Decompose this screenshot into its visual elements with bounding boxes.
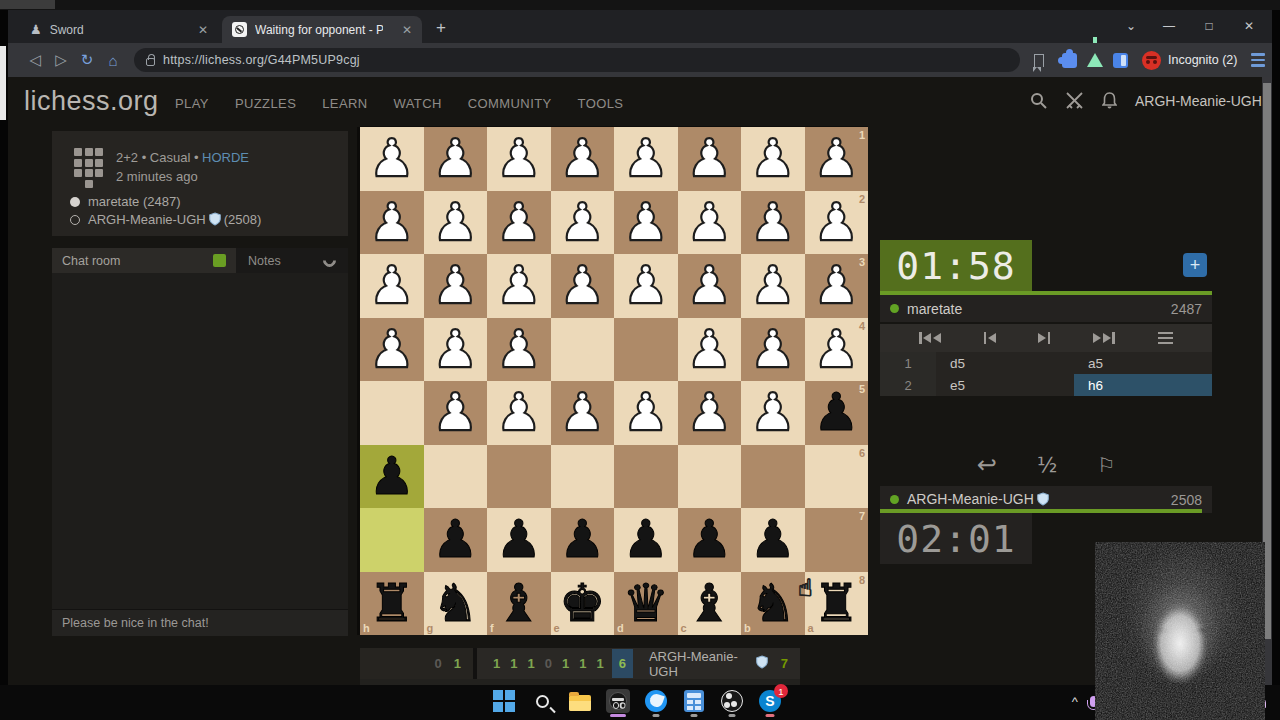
skype-icon[interactable]: S1 bbox=[758, 689, 782, 713]
tab-notes[interactable]: Notes bbox=[236, 248, 348, 273]
white-pawn[interactable]: ♟ bbox=[559, 191, 606, 254]
player-name[interactable]: ARGH-Meanie-UGH bbox=[907, 491, 1052, 509]
square-a5[interactable]: ♟5 bbox=[805, 381, 869, 445]
nav-item-tools[interactable]: TOOLS bbox=[578, 96, 624, 111]
lichess-logo[interactable]: lichess.org bbox=[24, 86, 159, 117]
tournament-player-name[interactable]: ARGH-Meanie-UGH bbox=[649, 649, 771, 679]
square-f1[interactable]: ♟ bbox=[487, 127, 551, 191]
square-f5[interactable]: ♟ bbox=[487, 381, 551, 445]
white-pawn[interactable]: ♟ bbox=[749, 254, 796, 317]
score-cell: 1 bbox=[527, 656, 534, 671]
forward-icon[interactable]: ▷ bbox=[48, 51, 74, 69]
black-pawn[interactable]: ♟ bbox=[686, 508, 733, 571]
white-pawn[interactable]: ♟ bbox=[749, 381, 796, 444]
rank-label: 7 bbox=[859, 510, 865, 522]
white-pawn[interactable]: ♟ bbox=[813, 254, 860, 317]
chat-toggle-checkbox[interactable] bbox=[213, 254, 226, 267]
white-pawn[interactable]: ♟ bbox=[432, 254, 479, 317]
black-pawn[interactable]: ♟ bbox=[622, 508, 669, 571]
square-f8[interactable]: ♝f bbox=[487, 572, 551, 636]
move-number: 1 bbox=[880, 352, 936, 374]
back-icon[interactable]: ◁ bbox=[22, 51, 48, 69]
square-e6[interactable] bbox=[551, 445, 615, 509]
move-number: 2 bbox=[880, 374, 936, 396]
file-label: d bbox=[617, 622, 624, 634]
screen: ♟ Sword ✕ Waiting for opponent - Play ma… bbox=[0, 0, 1280, 720]
tab-sword[interactable]: ♟ Sword ✕ bbox=[20, 16, 218, 43]
white-pawn[interactable]: ♟ bbox=[495, 381, 542, 444]
white-color-icon bbox=[70, 197, 80, 207]
square-c6[interactable] bbox=[678, 445, 742, 509]
nav-item-puzzles[interactable]: PUZZLES bbox=[235, 96, 296, 111]
square-g6[interactable] bbox=[424, 445, 488, 509]
square-a4[interactable]: ♟4 bbox=[805, 318, 869, 382]
square-b7[interactable]: ♟ bbox=[741, 508, 805, 572]
file-explorer-icon[interactable] bbox=[568, 689, 592, 713]
square-h7[interactable] bbox=[360, 508, 424, 572]
game-meta-box: 2+2 • Casual • HORDE 2 minutes ago maret… bbox=[52, 131, 348, 236]
minimize-button[interactable]: — bbox=[1152, 12, 1186, 40]
square-c7[interactable]: ♟ bbox=[678, 508, 742, 572]
square-c1[interactable]: ♟ bbox=[678, 127, 742, 191]
variant-link[interactable]: HORDE bbox=[202, 150, 249, 165]
black-pawn[interactable]: ♟ bbox=[813, 381, 860, 444]
white-pawn[interactable]: ♟ bbox=[813, 318, 860, 381]
black-pawn[interactable]: ♟ bbox=[432, 508, 479, 571]
rank-label: 2 bbox=[859, 193, 865, 205]
pawn-favicon-icon: ♟ bbox=[30, 23, 42, 36]
square-b8[interactable]: ♞b bbox=[741, 572, 805, 636]
square-b5[interactable]: ♟ bbox=[741, 381, 805, 445]
next-move-button[interactable] bbox=[1038, 332, 1050, 344]
move-row: 1d5a5 bbox=[880, 352, 1212, 374]
game-time-ago: 2 minutes ago bbox=[116, 167, 249, 186]
file-label: a bbox=[808, 622, 814, 634]
black-color-icon bbox=[70, 215, 80, 225]
white-pawn[interactable]: ♟ bbox=[686, 127, 733, 190]
tournament-score-bar[interactable]: 01 11101116 ARGH-Meanie-UGH 7 bbox=[360, 648, 800, 679]
square-b3[interactable]: ♟ bbox=[741, 254, 805, 318]
white-pawn[interactable]: ♟ bbox=[432, 191, 479, 254]
taskbar-search-icon[interactable] bbox=[530, 689, 554, 713]
square-a3[interactable]: ♟3 bbox=[805, 254, 869, 318]
black-bishop[interactable]: ♝ bbox=[686, 572, 733, 635]
score-cell: 1 bbox=[454, 656, 461, 671]
move-black[interactable]: a5 bbox=[1074, 352, 1212, 374]
square-d8[interactable]: ♛d bbox=[614, 572, 678, 636]
white-pawn[interactable]: ♟ bbox=[559, 254, 606, 317]
square-h6[interactable]: ♟ bbox=[360, 445, 424, 509]
white-pawn[interactable]: ♟ bbox=[686, 381, 733, 444]
black-pawn[interactable]: ♟ bbox=[495, 508, 542, 571]
black-pawn[interactable]: ♟ bbox=[749, 508, 796, 571]
nav-item-learn[interactable]: LEARN bbox=[322, 96, 367, 111]
square-b4[interactable]: ♟ bbox=[741, 318, 805, 382]
move-list: 1d5a52e5h6 bbox=[880, 352, 1212, 396]
square-b6[interactable] bbox=[741, 445, 805, 509]
square-a2[interactable]: ♟2 bbox=[805, 191, 869, 255]
score-cell: 1 bbox=[579, 656, 586, 671]
black-bishop[interactable]: ♝ bbox=[495, 572, 542, 635]
white-pawn[interactable]: ♟ bbox=[749, 127, 796, 190]
phone-handset-icon bbox=[320, 251, 338, 269]
tournament-total-score: 7 bbox=[781, 656, 800, 671]
square-d6[interactable] bbox=[614, 445, 678, 509]
square-d4[interactable] bbox=[614, 318, 678, 382]
square-a8[interactable]: ♜8a bbox=[805, 572, 869, 636]
square-h3[interactable]: ♟ bbox=[360, 254, 424, 318]
opponent-player-row[interactable]: maretate 2487 bbox=[880, 295, 1212, 322]
square-c8[interactable]: ♝c bbox=[678, 572, 742, 636]
white-pawn[interactable]: ♟ bbox=[622, 381, 669, 444]
square-c3[interactable]: ♟ bbox=[678, 254, 742, 318]
nav-item-community[interactable]: COMMUNITY bbox=[468, 96, 552, 111]
tab-close-icon[interactable]: ✕ bbox=[198, 23, 208, 37]
move-row: 2e5h6 bbox=[880, 374, 1212, 396]
rank-label: 3 bbox=[859, 256, 865, 268]
takeback-button[interactable]: ↩ bbox=[977, 451, 997, 479]
rank-label: 4 bbox=[859, 320, 865, 332]
tab-title: Sword bbox=[50, 23, 84, 37]
horde-variant-icon bbox=[74, 148, 103, 188]
square-h4[interactable]: ♟ bbox=[360, 318, 424, 382]
bell-icon[interactable] bbox=[1102, 92, 1117, 109]
online-dot-icon bbox=[890, 304, 899, 313]
white-pawn[interactable]: ♟ bbox=[559, 381, 606, 444]
white-pawn[interactable]: ♟ bbox=[432, 381, 479, 444]
square-b2[interactable]: ♟ bbox=[741, 191, 805, 255]
square-g2[interactable]: ♟ bbox=[424, 191, 488, 255]
square-g5[interactable]: ♟ bbox=[424, 381, 488, 445]
score-cell: 1 bbox=[562, 656, 569, 671]
square-g1[interactable]: ♟ bbox=[424, 127, 488, 191]
maximize-button[interactable]: □ bbox=[1192, 12, 1226, 40]
score-cell: 0 bbox=[435, 656, 442, 671]
square-d5[interactable]: ♟ bbox=[614, 381, 678, 445]
rank-label: 5 bbox=[859, 383, 865, 395]
white-pawn[interactable]: ♟ bbox=[686, 318, 733, 381]
online-dot-icon bbox=[890, 495, 899, 504]
file-label: c bbox=[681, 622, 687, 634]
extension-panel-icon[interactable] bbox=[1113, 53, 1128, 68]
incognito-icon bbox=[1142, 51, 1161, 70]
black-pawn[interactable]: ♟ bbox=[559, 508, 606, 571]
white-pawn[interactable]: ♟ bbox=[495, 254, 542, 317]
file-label: f bbox=[490, 622, 494, 634]
white-pawn[interactable]: ♟ bbox=[495, 318, 542, 381]
last-move-button[interactable] bbox=[1093, 332, 1115, 344]
square-f7[interactable]: ♟ bbox=[487, 508, 551, 572]
new-tab-button[interactable]: + bbox=[436, 18, 446, 38]
browser-menu-icon[interactable] bbox=[1251, 53, 1265, 66]
square-e4[interactable] bbox=[551, 318, 615, 382]
square-c4[interactable]: ♟ bbox=[678, 318, 742, 382]
header-icons: ARGH-Meanie-UGH bbox=[1030, 92, 1262, 109]
square-e8[interactable]: ♚e bbox=[551, 572, 615, 636]
incognito-browser-icon[interactable] bbox=[606, 689, 630, 713]
obs-studio-icon[interactable] bbox=[720, 689, 744, 713]
white-pawn[interactable]: ♟ bbox=[622, 191, 669, 254]
first-move-button[interactable] bbox=[919, 332, 941, 344]
square-a7[interactable]: 7 bbox=[805, 508, 869, 572]
black-queen[interactable]: ♛ bbox=[622, 572, 669, 635]
home-icon[interactable]: ⌂ bbox=[100, 52, 126, 69]
webcam-overlay bbox=[1095, 542, 1265, 720]
black-player-line[interactable]: ARGH-Meanie-UGH(2508) bbox=[70, 211, 261, 231]
white-pawn[interactable]: ♟ bbox=[749, 191, 796, 254]
square-g3[interactable]: ♟ bbox=[424, 254, 488, 318]
crossed-swords-icon[interactable] bbox=[1065, 92, 1084, 109]
square-d7[interactable]: ♟ bbox=[614, 508, 678, 572]
background-window-titlebar bbox=[0, 0, 55, 9]
white-pawn[interactable]: ♟ bbox=[749, 318, 796, 381]
square-f2[interactable]: ♟ bbox=[487, 191, 551, 255]
shield-icon bbox=[209, 212, 221, 231]
square-d1[interactable]: ♟ bbox=[614, 127, 678, 191]
menu-icon[interactable] bbox=[1158, 332, 1173, 345]
white-pawn[interactable]: ♟ bbox=[622, 254, 669, 317]
score-cell-current: 6 bbox=[612, 649, 633, 678]
white-pawn[interactable]: ♟ bbox=[813, 191, 860, 254]
player-name[interactable]: maretate bbox=[907, 301, 962, 317]
rank-label: 6 bbox=[859, 447, 865, 459]
square-d2[interactable]: ♟ bbox=[614, 191, 678, 255]
shield-icon bbox=[756, 655, 768, 672]
square-c5[interactable]: ♟ bbox=[678, 381, 742, 445]
windows-start-icon[interactable] bbox=[492, 689, 516, 713]
square-e3[interactable]: ♟ bbox=[551, 254, 615, 318]
square-h2[interactable]: ♟ bbox=[360, 191, 424, 255]
white-pawn[interactable]: ♟ bbox=[432, 318, 479, 381]
offer-draw-button[interactable]: ½ bbox=[1037, 453, 1057, 477]
score-sheet: 11101116 ARGH-Meanie-UGH 7 bbox=[477, 648, 800, 679]
resign-button[interactable]: ⚐ bbox=[1097, 453, 1115, 477]
square-f4[interactable]: ♟ bbox=[487, 318, 551, 382]
square-f3[interactable]: ♟ bbox=[487, 254, 551, 318]
white-pawn[interactable]: ♟ bbox=[686, 191, 733, 254]
shield-icon bbox=[1037, 492, 1049, 509]
extension-puzzle-icon[interactable] bbox=[1062, 53, 1077, 68]
action-buttons: ↩ ½ ⚐ bbox=[880, 447, 1212, 483]
square-e1[interactable]: ♟ bbox=[551, 127, 615, 191]
chat-input[interactable]: Please be nice in the chat! bbox=[52, 609, 348, 636]
browser-toolbar: ◁ ▷ ↻ ⌂ https://lichess.org/G44PM5UP9cgj… bbox=[8, 43, 1272, 77]
square-g8[interactable]: ♞g bbox=[424, 572, 488, 636]
bookmark-icon[interactable] bbox=[1034, 54, 1044, 67]
opponent-clock: 01:58 bbox=[880, 240, 1032, 291]
white-pawn[interactable]: ♟ bbox=[495, 191, 542, 254]
white-pawn[interactable]: ♟ bbox=[432, 127, 479, 190]
square-h8[interactable]: ♜h bbox=[360, 572, 424, 636]
file-label: e bbox=[554, 622, 560, 634]
chat-tab-label: Chat room bbox=[62, 254, 120, 268]
square-g7[interactable]: ♟ bbox=[424, 508, 488, 572]
rank-label: 1 bbox=[859, 129, 865, 141]
white-pawn[interactable]: ♟ bbox=[368, 191, 415, 254]
search-icon[interactable] bbox=[1030, 92, 1047, 109]
background-window-edge bbox=[0, 46, 6, 120]
url-text[interactable]: https://lichess.org/G44PM5UP9cgj bbox=[163, 53, 360, 67]
score-cell: 0 bbox=[545, 656, 552, 671]
white-pawn[interactable]: ♟ bbox=[686, 254, 733, 317]
tray-chevron-icon[interactable]: ^ bbox=[1072, 694, 1078, 709]
white-pawn[interactable]: ♟ bbox=[622, 127, 669, 190]
nav-item-play[interactable]: PLAY bbox=[175, 96, 209, 111]
score-cell: 1 bbox=[493, 656, 500, 671]
square-f6[interactable] bbox=[487, 445, 551, 509]
square-e2[interactable]: ♟ bbox=[551, 191, 615, 255]
notification-badge: 1 bbox=[774, 684, 788, 698]
give-time-button[interactable]: + bbox=[1183, 253, 1207, 277]
prev-move-button[interactable] bbox=[984, 332, 996, 344]
background-window-strip bbox=[0, 0, 1280, 10]
rank-label: 8 bbox=[859, 574, 865, 586]
incognito-chip[interactable]: Incognito (2) bbox=[1142, 51, 1237, 70]
move-white[interactable]: e5 bbox=[936, 374, 1074, 396]
black-pawn[interactable]: ♟ bbox=[368, 445, 415, 508]
white-pawn[interactable]: ♟ bbox=[559, 127, 606, 190]
file-label: g bbox=[427, 622, 434, 634]
move-white[interactable]: d5 bbox=[936, 352, 1074, 374]
square-a6[interactable]: 6 bbox=[805, 445, 869, 509]
player-rating: 2487 bbox=[1171, 301, 1202, 317]
black-rook[interactable]: ♜ bbox=[813, 572, 860, 635]
file-label: h bbox=[363, 622, 370, 634]
file-label: b bbox=[744, 622, 751, 634]
extension-flask-icon[interactable] bbox=[1087, 53, 1103, 67]
white-pawn[interactable]: ♟ bbox=[368, 254, 415, 317]
move-black[interactable]: h6 bbox=[1074, 374, 1212, 396]
game-setup-line: 2+2 • Casual • HORDE bbox=[116, 148, 249, 167]
white-pawn[interactable]: ♟ bbox=[813, 127, 860, 190]
white-pawn[interactable]: ♟ bbox=[368, 318, 415, 381]
black-knight[interactable]: ♞ bbox=[432, 572, 479, 635]
notes-tab-label: Notes bbox=[248, 254, 281, 268]
square-c2[interactable]: ♟ bbox=[678, 191, 742, 255]
close-button[interactable]: ✕ bbox=[1232, 12, 1266, 40]
square-h1[interactable]: ♟ bbox=[360, 127, 424, 191]
tab-search-chevron-icon[interactable]: ⌄ bbox=[1114, 12, 1148, 40]
taskbar: S1 ^ 9:58 PM 12/11/2023 bbox=[0, 685, 1280, 720]
calculator-icon[interactable] bbox=[682, 689, 706, 713]
reload-icon[interactable]: ↻ bbox=[74, 51, 100, 69]
tab-lichess-game[interactable]: Waiting for opponent - Play ma ✕ bbox=[222, 16, 422, 43]
square-d3[interactable]: ♟ bbox=[614, 254, 678, 318]
white-pawn[interactable]: ♟ bbox=[495, 127, 542, 190]
chat-panel: Chat room Notes Please be nice in the ch… bbox=[52, 248, 348, 636]
incognito-label: Incognito (2) bbox=[1168, 53, 1237, 67]
black-rook[interactable]: ♜ bbox=[368, 572, 415, 635]
black-knight[interactable]: ♞ bbox=[749, 572, 796, 635]
lichess-favicon-icon bbox=[232, 22, 247, 37]
address-bar[interactable]: https://lichess.org/G44PM5UP9cgj bbox=[134, 48, 1020, 72]
move-nav-bar bbox=[880, 324, 1212, 352]
browser-tabbar: ♟ Sword ✕ Waiting for opponent - Play ma… bbox=[8, 10, 1272, 43]
black-king[interactable]: ♚ bbox=[559, 572, 606, 635]
square-a1[interactable]: ♟1 bbox=[805, 127, 869, 191]
tab-chat-room[interactable]: Chat room bbox=[52, 248, 236, 273]
square-e5[interactable]: ♟ bbox=[551, 381, 615, 445]
mouse-cursor-hand: ☝ bbox=[798, 574, 813, 602]
score-cell: 1 bbox=[510, 656, 517, 671]
my-clock: 02:01 bbox=[880, 513, 1032, 564]
username-menu[interactable]: ARGH-Meanie-UGH bbox=[1135, 93, 1262, 109]
square-b1[interactable]: ♟ bbox=[741, 127, 805, 191]
tab-title: Waiting for opponent - Play ma bbox=[255, 23, 383, 37]
score-left-cells: 01 bbox=[360, 648, 473, 679]
blue-circle-app-icon[interactable] bbox=[644, 689, 668, 713]
square-g4[interactable]: ♟ bbox=[424, 318, 488, 382]
player-rating: 2508 bbox=[1171, 492, 1202, 508]
main-nav: PLAYPUZZLESLEARNWATCHCOMMUNITYTOOLS bbox=[175, 96, 623, 111]
white-pawn[interactable]: ♟ bbox=[368, 127, 415, 190]
chess-board: ♟♟♟♟♟♟♟♟1♟♟♟♟♟♟♟♟2♟♟♟♟♟♟♟♟3♟♟♟♟♟♟4♟♟♟♟♟♟… bbox=[360, 127, 868, 635]
square-h5[interactable] bbox=[360, 381, 424, 445]
white-player-line[interactable]: maretate (2487) bbox=[70, 193, 261, 211]
score-cell: 1 bbox=[596, 656, 603, 671]
tab-close-icon[interactable]: ✕ bbox=[402, 23, 412, 37]
nav-item-watch[interactable]: WATCH bbox=[394, 96, 442, 111]
square-e7[interactable]: ♟ bbox=[551, 508, 615, 572]
lock-icon bbox=[146, 58, 155, 66]
